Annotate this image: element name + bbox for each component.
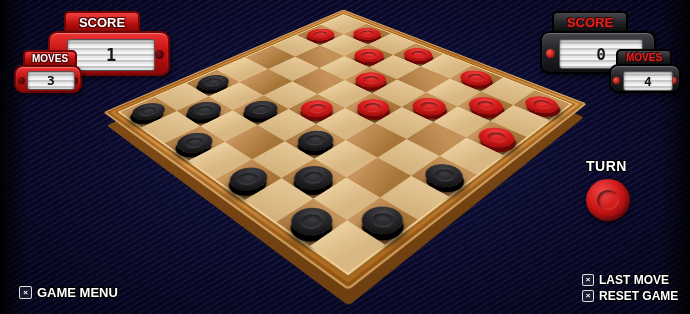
- checkers-game-screen: SCORE 1 MOVES 3 SCORE 0 MOVES 4 TURN × G…: [0, 0, 690, 314]
- board-cell[interactable]: [216, 159, 281, 199]
- reset-game-button[interactable]: × RESET GAME: [582, 289, 678, 303]
- right-moves-housing: 4: [609, 64, 681, 93]
- board-cell[interactable]: [276, 198, 347, 246]
- board-cell: [252, 141, 315, 178]
- board-cell: [440, 138, 503, 175]
- black-checker-piece[interactable]: [291, 127, 341, 155]
- board-cell[interactable]: [406, 122, 466, 156]
- left-score-label: SCORE: [79, 15, 125, 30]
- board-cell[interactable]: [346, 123, 406, 157]
- board-cell: [258, 109, 316, 141]
- board-cell[interactable]: [281, 158, 346, 198]
- menu-box-icon: ×: [582, 274, 594, 286]
- black-checker-piece[interactable]: [125, 99, 171, 124]
- left-score-display: 1: [67, 39, 155, 71]
- screw-icon: [18, 77, 25, 84]
- board-cell: [381, 176, 449, 219]
- board-cell: [316, 108, 374, 140]
- black-checker-piece[interactable]: [287, 162, 341, 195]
- board-cell: [189, 142, 252, 179]
- board-cell: [315, 140, 378, 177]
- board-cell: [313, 177, 381, 221]
- menu-box-icon: ×: [19, 286, 32, 299]
- right-score-tab: SCORE: [552, 11, 628, 33]
- turn-indicator-red-piece: [586, 179, 630, 221]
- reset-game-label: RESET GAME: [599, 289, 678, 303]
- screw-icon: [155, 50, 164, 59]
- screw-icon: [546, 49, 555, 58]
- board-cell[interactable]: [225, 125, 285, 159]
- black-checker-piece[interactable]: [170, 129, 220, 157]
- board-cell[interactable]: [466, 121, 526, 155]
- left-moves-display: 3: [27, 71, 75, 90]
- red-checker-piece[interactable]: [472, 124, 522, 152]
- game-menu-button[interactable]: × GAME MENU: [19, 285, 118, 300]
- board-cell: [142, 111, 200, 143]
- board-cell: [433, 106, 491, 138]
- left-moves-label: MOVES: [32, 53, 68, 64]
- board-cell: [377, 139, 440, 176]
- board-cell[interactable]: [164, 126, 224, 161]
- right-moves-display: 4: [623, 71, 673, 91]
- board-cell: [491, 105, 549, 137]
- last-move-label: LAST MOVE: [599, 273, 669, 287]
- board-cell: [200, 110, 258, 142]
- board-cell: [374, 107, 432, 139]
- board-scene: [105, 0, 586, 314]
- left-moves-housing: 3: [14, 65, 82, 93]
- game-menu-label: GAME MENU: [37, 285, 118, 300]
- board-frame: [103, 10, 587, 291]
- right-moves-label: MOVES: [626, 52, 662, 63]
- black-checker-piece[interactable]: [417, 159, 471, 192]
- left-score-tab: SCORE: [64, 11, 140, 33]
- board-cell[interactable]: [346, 157, 411, 197]
- board-cell: [310, 221, 384, 273]
- menu-box-icon: ×: [582, 290, 594, 302]
- checkers-board[interactable]: [120, 15, 570, 273]
- black-checker-piece[interactable]: [222, 163, 276, 196]
- last-move-button[interactable]: × LAST MOVE: [582, 273, 669, 287]
- board-cell[interactable]: [412, 156, 477, 196]
- board-cell: [245, 178, 313, 222]
- board-cell[interactable]: [347, 197, 418, 244]
- screw-icon: [613, 77, 620, 84]
- black-checker-piece[interactable]: [282, 202, 340, 241]
- red-checker-piece[interactable]: [519, 93, 565, 117]
- right-score-label: SCORE: [567, 15, 613, 30]
- turn-label: TURN: [586, 158, 627, 174]
- black-checker-piece[interactable]: [353, 201, 411, 240]
- board-cell[interactable]: [285, 124, 345, 158]
